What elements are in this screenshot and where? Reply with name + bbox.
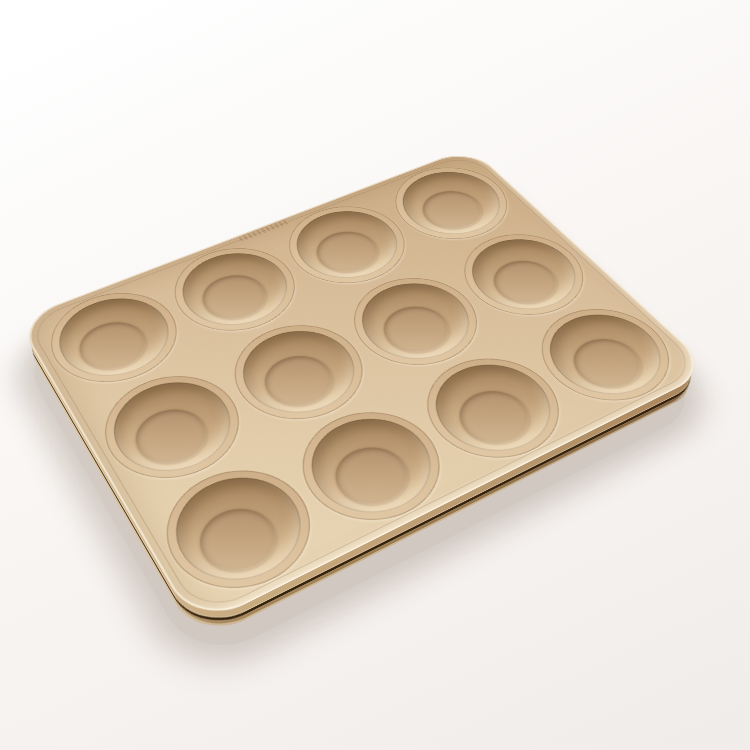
- studio-background: [0, 0, 750, 750]
- muffin-pan: [16, 147, 713, 629]
